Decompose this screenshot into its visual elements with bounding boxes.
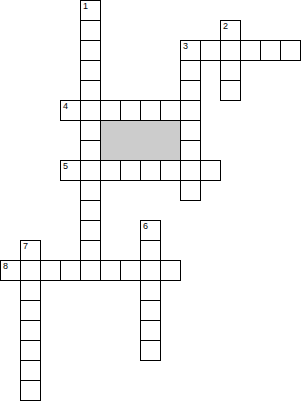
cell-r13c2[interactable] [40,260,61,281]
cell-r5c5[interactable] [100,100,121,121]
cell-r8c10[interactable] [200,160,221,181]
cell-r16c7[interactable] [140,320,161,341]
cell-r11c4[interactable] [80,220,101,241]
cell-r5c8[interactable] [160,100,181,121]
cell-r3c4[interactable] [80,60,101,81]
cell-r4c11[interactable] [220,80,241,101]
cell-r18c1[interactable] [20,360,41,381]
cell-r5c7[interactable] [140,100,161,121]
cell-r1c4[interactable] [80,20,101,41]
cell-r5c6[interactable] [120,100,141,121]
cell-r12c7[interactable] [140,240,161,261]
cell-r6c4[interactable] [80,120,101,141]
cell-r6c9[interactable] [180,120,201,141]
cell-r13c5[interactable] [100,260,121,281]
cell-r17c1[interactable] [20,340,41,361]
cell-r8c7[interactable] [140,160,161,181]
cell-r2c10[interactable] [200,40,221,61]
cell-r2c14[interactable] [280,40,301,61]
cell-r13c4[interactable] [80,260,101,281]
cell-r3c9[interactable] [180,60,201,81]
cell-r9c9[interactable] [180,180,201,201]
cell-r2c12[interactable] [240,40,261,61]
clue-number-8: 8 [3,261,8,271]
cell-r16c1[interactable] [20,320,41,341]
clue-number-6: 6 [143,221,148,231]
cell-r13c3[interactable] [60,260,81,281]
cell-r14c1[interactable] [20,280,41,301]
cell-r14c7[interactable] [140,280,161,301]
cell-r1c11[interactable]: 2 [220,20,241,41]
cell-r3c11[interactable] [220,60,241,81]
clue-number-4: 4 [63,101,68,111]
cell-r7c4[interactable] [80,140,101,161]
cell-r10c4[interactable] [80,200,101,221]
clue-number-2: 2 [223,21,228,31]
cell-r5c4[interactable] [80,100,101,121]
cell-r11c7[interactable]: 6 [140,220,161,241]
cell-r0c4[interactable]: 1 [80,0,101,21]
image-placeholder-block [100,120,181,161]
cell-r5c9[interactable] [180,100,201,121]
cell-r2c13[interactable] [260,40,281,61]
cell-r12c4[interactable] [80,240,101,261]
cell-r13c1[interactable] [20,260,41,281]
clue-number-3: 3 [183,41,188,51]
cell-r13c6[interactable] [120,260,141,281]
cell-r2c9[interactable]: 3 [180,40,201,61]
cell-r13c0[interactable]: 8 [0,260,21,281]
cell-r8c6[interactable] [120,160,141,181]
cell-r4c9[interactable] [180,80,201,101]
cell-r8c8[interactable] [160,160,181,181]
clue-number-1: 1 [83,1,88,11]
cell-r13c7[interactable] [140,260,161,281]
cell-r9c4[interactable] [80,180,101,201]
clue-number-5: 5 [63,161,68,171]
cell-r15c1[interactable] [20,300,41,321]
crossword-grid: 12345678 [0,0,301,401]
cell-r2c4[interactable] [80,40,101,61]
cell-r12c1[interactable]: 7 [20,240,41,261]
cell-r8c9[interactable] [180,160,201,181]
cell-r7c9[interactable] [180,140,201,161]
cell-r13c8[interactable] [160,260,181,281]
cell-r2c11[interactable] [220,40,241,61]
cell-r8c5[interactable] [100,160,121,181]
cell-r8c3[interactable]: 5 [60,160,81,181]
cell-r15c7[interactable] [140,300,161,321]
cell-r4c4[interactable] [80,80,101,101]
clue-number-7: 7 [23,241,28,251]
cell-r19c1[interactable] [20,380,41,401]
cell-r17c7[interactable] [140,340,161,361]
cell-r8c4[interactable] [80,160,101,181]
cell-r5c3[interactable]: 4 [60,100,81,121]
